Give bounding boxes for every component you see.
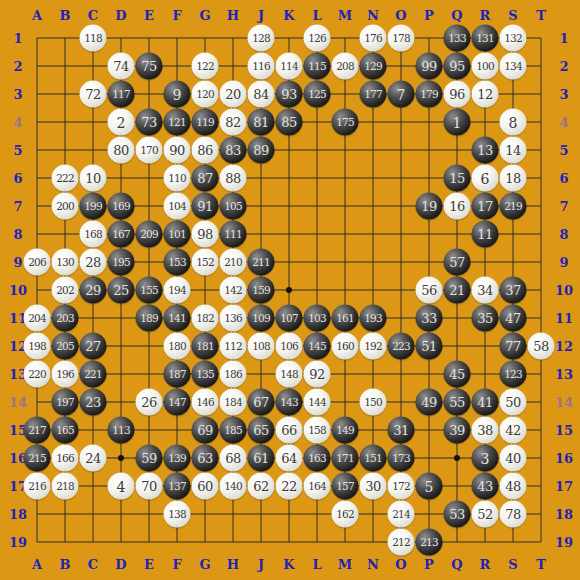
stone-move-number: 67 [253, 396, 269, 409]
stone-D8: 167 [108, 221, 135, 248]
row-label-left-8: 8 [13, 227, 22, 242]
col-label-top-E: E [144, 8, 154, 23]
col-label-bottom-M: M [338, 557, 352, 572]
stone-S11: 47 [500, 305, 527, 332]
stone-move-number: 162 [336, 509, 354, 520]
stone-move-number: 43 [477, 480, 493, 493]
stone-P7: 19 [416, 193, 443, 220]
col-label-top-F: F [172, 8, 181, 23]
stone-move-number: 40 [505, 452, 521, 465]
row-label-left-7: 7 [13, 199, 22, 214]
stone-E4: 73 [136, 109, 163, 136]
stone-H13: 186 [220, 361, 247, 388]
stone-move-number: 51 [421, 340, 437, 353]
stone-move-number: 222 [56, 173, 74, 184]
stone-move-number: 31 [393, 424, 409, 437]
stone-D4: 2 [108, 109, 135, 136]
stone-move-number: 185 [224, 425, 242, 436]
stone-D15: 113 [108, 417, 135, 444]
stone-move-number: 35 [477, 312, 493, 325]
stone-J17: 62 [248, 473, 275, 500]
stone-F3: 9 [164, 81, 191, 108]
stone-move-number: 6 [481, 171, 490, 185]
stone-move-number: 216 [28, 481, 46, 492]
stone-move-number: 179 [420, 89, 438, 100]
star-point-K10 [286, 287, 292, 293]
stone-move-number: 210 [224, 257, 242, 268]
stone-move-number: 111 [224, 229, 242, 240]
stone-move-number: 70 [141, 480, 157, 493]
row-label-right-13: 13 [555, 367, 573, 382]
stone-Q14: 55 [444, 389, 471, 416]
col-label-bottom-J: J [258, 557, 264, 572]
stone-C9: 28 [80, 249, 107, 276]
stone-move-number: 181 [196, 341, 214, 352]
stone-C12: 27 [80, 333, 107, 360]
stone-G16: 63 [192, 445, 219, 472]
stone-P10: 56 [416, 277, 443, 304]
stone-move-number: 75 [141, 60, 157, 73]
col-label-bottom-P: P [424, 557, 434, 572]
stone-move-number: 168 [84, 229, 102, 240]
stone-C8: 168 [80, 221, 107, 248]
stone-R8: 11 [472, 221, 499, 248]
stone-move-number: 143 [280, 397, 298, 408]
stone-move-number: 206 [28, 257, 46, 268]
stone-move-number: 120 [196, 89, 214, 100]
stone-H10: 142 [220, 277, 247, 304]
col-label-bottom-H: H [227, 557, 239, 572]
stone-E10: 155 [136, 277, 163, 304]
stone-T12: 58 [528, 333, 555, 360]
stone-move-number: 121 [168, 117, 186, 128]
stone-P19: 213 [416, 529, 443, 556]
col-label-top-T: T [536, 8, 546, 23]
stone-move-number: 93 [281, 88, 297, 101]
col-label-top-Q: Q [451, 8, 462, 23]
stone-move-number: 91 [197, 200, 213, 213]
col-label-top-K: K [283, 8, 294, 23]
stone-move-number: 9 [173, 87, 182, 101]
stone-M4: 175 [332, 109, 359, 136]
col-label-top-H: H [227, 8, 239, 23]
stone-move-number: 135 [196, 369, 214, 380]
stone-move-number: 33 [421, 312, 437, 325]
stone-J3: 84 [248, 81, 275, 108]
stone-move-number: 117 [112, 89, 130, 100]
stone-G13: 135 [192, 361, 219, 388]
stone-move-number: 141 [168, 313, 186, 324]
stone-E5: 170 [136, 137, 163, 164]
stone-move-number: 198 [28, 341, 46, 352]
stone-K16: 64 [276, 445, 303, 472]
stone-move-number: 105 [224, 201, 242, 212]
stone-move-number: 140 [224, 481, 242, 492]
stone-move-number: 16 [449, 200, 465, 213]
stone-move-number: 176 [364, 33, 382, 44]
stone-move-number: 87 [197, 172, 213, 185]
stone-C13: 221 [80, 361, 107, 388]
stone-B9: 130 [52, 249, 79, 276]
row-label-right-3: 3 [559, 87, 568, 102]
stone-move-number: 215 [28, 453, 46, 464]
stone-N17: 30 [360, 473, 387, 500]
stone-Q3: 96 [444, 81, 471, 108]
stone-R7: 17 [472, 193, 499, 220]
stone-Q6: 15 [444, 165, 471, 192]
stone-A13: 220 [24, 361, 51, 388]
stone-B16: 166 [52, 445, 79, 472]
stone-move-number: 42 [505, 424, 521, 437]
stone-N11: 193 [360, 305, 387, 332]
stone-move-number: 152 [196, 257, 214, 268]
stone-move-number: 137 [168, 481, 186, 492]
stone-H5: 83 [220, 137, 247, 164]
stone-move-number: 82 [225, 116, 241, 129]
stone-H6: 88 [220, 165, 247, 192]
stone-G5: 86 [192, 137, 219, 164]
col-label-top-M: M [338, 8, 352, 23]
row-label-left-18: 18 [9, 507, 27, 522]
stone-B17: 218 [52, 473, 79, 500]
row-label-left-14: 14 [9, 395, 27, 410]
stone-G6: 87 [192, 165, 219, 192]
stone-S5: 14 [500, 137, 527, 164]
stone-E11: 189 [136, 305, 163, 332]
stone-B13: 196 [52, 361, 79, 388]
stone-move-number: 211 [252, 257, 270, 268]
stone-move-number: 10 [85, 172, 101, 185]
stone-G15: 69 [192, 417, 219, 444]
stone-move-number: 90 [169, 144, 185, 157]
stone-move-number: 30 [365, 480, 381, 493]
stone-move-number: 128 [252, 33, 270, 44]
stone-move-number: 88 [225, 172, 241, 185]
stone-J1: 128 [248, 25, 275, 52]
stone-move-number: 116 [252, 61, 270, 72]
stone-move-number: 14 [505, 144, 521, 157]
stone-move-number: 145 [308, 341, 326, 352]
stone-M2: 208 [332, 53, 359, 80]
stone-K13: 148 [276, 361, 303, 388]
stone-move-number: 15 [449, 172, 465, 185]
stone-K2: 114 [276, 53, 303, 80]
stone-J9: 211 [248, 249, 275, 276]
stone-S15: 42 [500, 417, 527, 444]
stone-move-number: 27 [85, 340, 101, 353]
stone-move-number: 138 [168, 509, 186, 520]
stone-D17: 4 [108, 473, 135, 500]
stone-Q1: 133 [444, 25, 471, 52]
stone-move-number: 144 [308, 397, 326, 408]
col-label-top-J: J [258, 8, 264, 23]
stone-R15: 38 [472, 417, 499, 444]
stone-move-number: 41 [477, 396, 493, 409]
stone-move-number: 223 [392, 341, 410, 352]
stone-Q18: 53 [444, 501, 471, 528]
stone-B12: 205 [52, 333, 79, 360]
stone-S2: 134 [500, 53, 527, 80]
stone-S7: 219 [500, 193, 527, 220]
stone-move-number: 151 [364, 453, 382, 464]
stone-move-number: 114 [280, 61, 298, 72]
col-label-bottom-E: E [144, 557, 154, 572]
stone-move-number: 103 [308, 313, 326, 324]
stone-move-number: 61 [253, 452, 269, 465]
stone-O17: 172 [388, 473, 415, 500]
stone-move-number: 122 [196, 61, 214, 72]
stone-move-number: 59 [141, 452, 157, 465]
stone-M16: 171 [332, 445, 359, 472]
stone-R14: 41 [472, 389, 499, 416]
stone-move-number: 217 [28, 425, 46, 436]
stone-K12: 106 [276, 333, 303, 360]
stone-move-number: 109 [252, 313, 270, 324]
stone-A11: 204 [24, 305, 51, 332]
stone-move-number: 203 [56, 313, 74, 324]
stone-F6: 110 [164, 165, 191, 192]
stone-move-number: 192 [364, 341, 382, 352]
stone-move-number: 149 [336, 425, 354, 436]
stone-move-number: 83 [225, 144, 241, 157]
stone-H16: 68 [220, 445, 247, 472]
stone-O16: 173 [388, 445, 415, 472]
stone-L1: 126 [304, 25, 331, 52]
stone-S10: 37 [500, 277, 527, 304]
stone-D3: 117 [108, 81, 135, 108]
stone-K11: 107 [276, 305, 303, 332]
stone-M18: 162 [332, 501, 359, 528]
stone-move-number: 95 [449, 60, 465, 73]
stone-move-number: 209 [140, 229, 158, 240]
stone-move-number: 8 [509, 115, 518, 129]
stone-move-number: 123 [504, 369, 522, 380]
stone-A17: 216 [24, 473, 51, 500]
stone-move-number: 72 [85, 88, 101, 101]
stone-move-number: 2 [117, 115, 126, 129]
stone-move-number: 66 [281, 424, 297, 437]
stone-B15: 165 [52, 417, 79, 444]
stone-move-number: 182 [196, 313, 214, 324]
stone-move-number: 187 [168, 369, 186, 380]
stone-move-number: 25 [113, 284, 129, 297]
stone-G7: 91 [192, 193, 219, 220]
stone-H4: 82 [220, 109, 247, 136]
stone-C14: 23 [80, 389, 107, 416]
stone-A9: 206 [24, 249, 51, 276]
stone-P14: 49 [416, 389, 443, 416]
stone-move-number: 20 [225, 88, 241, 101]
stone-move-number: 100 [476, 61, 494, 72]
stone-move-number: 194 [168, 285, 186, 296]
stone-H7: 105 [220, 193, 247, 220]
stone-O1: 178 [388, 25, 415, 52]
stone-L3: 125 [304, 81, 331, 108]
stone-P3: 179 [416, 81, 443, 108]
stone-F4: 121 [164, 109, 191, 136]
stone-move-number: 96 [449, 88, 465, 101]
stone-move-number: 133 [448, 33, 466, 44]
row-label-right-10: 10 [555, 283, 573, 298]
stone-O19: 212 [388, 529, 415, 556]
stone-move-number: 69 [197, 424, 213, 437]
col-label-top-N: N [367, 8, 379, 23]
stone-H12: 112 [220, 333, 247, 360]
stone-move-number: 13 [477, 144, 493, 157]
stone-move-number: 134 [504, 61, 522, 72]
stone-R11: 35 [472, 305, 499, 332]
stone-move-number: 146 [196, 397, 214, 408]
stone-move-number: 205 [56, 341, 74, 352]
col-label-top-D: D [115, 8, 126, 23]
stone-C7: 199 [80, 193, 107, 220]
stone-move-number: 178 [392, 33, 410, 44]
stone-move-number: 220 [28, 369, 46, 380]
stone-move-number: 104 [168, 201, 186, 212]
stone-Q10: 21 [444, 277, 471, 304]
stone-move-number: 153 [168, 257, 186, 268]
stone-move-number: 108 [252, 341, 270, 352]
stone-D5: 80 [108, 137, 135, 164]
stone-H14: 184 [220, 389, 247, 416]
stone-O3: 7 [388, 81, 415, 108]
stone-A15: 217 [24, 417, 51, 444]
col-label-bottom-O: O [395, 557, 406, 572]
stone-move-number: 169 [112, 201, 130, 212]
stone-move-number: 99 [421, 60, 437, 73]
row-label-left-9: 9 [13, 255, 22, 270]
stone-move-number: 65 [253, 424, 269, 437]
stone-R18: 52 [472, 501, 499, 528]
stone-C1: 118 [80, 25, 107, 52]
row-label-right-17: 17 [555, 479, 573, 494]
col-label-bottom-B: B [60, 557, 71, 572]
stone-G11: 182 [192, 305, 219, 332]
go-kifu-screenshot: AABBCCDDEEFFGGHHJJKKLLMMNNOOPPQQRRSSTT11… [0, 0, 580, 580]
stone-move-number: 166 [56, 453, 74, 464]
stone-move-number: 155 [140, 285, 158, 296]
stone-move-number: 29 [85, 284, 101, 297]
row-label-left-5: 5 [13, 143, 22, 158]
stone-N16: 151 [360, 445, 387, 472]
stone-E8: 209 [136, 221, 163, 248]
col-label-bottom-K: K [283, 557, 294, 572]
stone-move-number: 150 [364, 397, 382, 408]
stone-move-number: 60 [197, 480, 213, 493]
stone-K17: 22 [276, 473, 303, 500]
stone-S4: 8 [500, 109, 527, 136]
stone-J14: 67 [248, 389, 275, 416]
stone-move-number: 212 [392, 537, 410, 548]
stone-M17: 157 [332, 473, 359, 500]
col-label-top-A: A [32, 8, 42, 23]
stone-move-number: 161 [336, 313, 354, 324]
stone-K14: 143 [276, 389, 303, 416]
stone-move-number: 157 [336, 481, 354, 492]
stone-A16: 215 [24, 445, 51, 472]
stone-E17: 70 [136, 473, 163, 500]
stone-Q4: 1 [444, 109, 471, 136]
row-label-right-12: 12 [555, 339, 573, 354]
stone-move-number: 167 [112, 229, 130, 240]
stone-J5: 89 [248, 137, 275, 164]
col-label-bottom-S: S [508, 557, 517, 572]
stone-move-number: 5 [425, 479, 434, 493]
stone-E16: 59 [136, 445, 163, 472]
stone-move-number: 57 [449, 256, 465, 269]
stone-move-number: 56 [421, 284, 437, 297]
stone-move-number: 148 [280, 369, 298, 380]
stone-move-number: 110 [168, 173, 186, 184]
stone-J15: 65 [248, 417, 275, 444]
stone-E2: 75 [136, 53, 163, 80]
stone-move-number: 63 [197, 452, 213, 465]
stone-P2: 99 [416, 53, 443, 80]
stone-move-number: 58 [533, 340, 549, 353]
stone-J11: 109 [248, 305, 275, 332]
col-label-top-R: R [480, 8, 491, 23]
stone-S16: 40 [500, 445, 527, 472]
stone-N12: 192 [360, 333, 387, 360]
col-label-bottom-N: N [367, 557, 379, 572]
stone-M12: 160 [332, 333, 359, 360]
stone-K3: 93 [276, 81, 303, 108]
stone-K15: 66 [276, 417, 303, 444]
stone-move-number: 52 [477, 508, 493, 521]
stone-move-number: 172 [392, 481, 410, 492]
stone-B7: 200 [52, 193, 79, 220]
stone-move-number: 213 [420, 537, 438, 548]
stone-move-number: 119 [196, 117, 214, 128]
stone-move-number: 204 [28, 313, 46, 324]
stone-D7: 169 [108, 193, 135, 220]
stone-S6: 18 [500, 165, 527, 192]
stone-G17: 60 [192, 473, 219, 500]
stone-C3: 72 [80, 81, 107, 108]
stone-move-number: 163 [308, 453, 326, 464]
stone-move-number: 101 [168, 229, 186, 240]
stone-C10: 29 [80, 277, 107, 304]
stone-Q7: 16 [444, 193, 471, 220]
stone-Q2: 95 [444, 53, 471, 80]
stone-move-number: 170 [140, 145, 158, 156]
stone-move-number: 18 [505, 172, 521, 185]
stone-move-number: 19 [421, 200, 437, 213]
row-label-left-4: 4 [13, 115, 22, 130]
stone-N2: 129 [360, 53, 387, 80]
stone-move-number: 175 [336, 117, 354, 128]
stone-F13: 187 [164, 361, 191, 388]
stone-F18: 138 [164, 501, 191, 528]
col-label-top-P: P [424, 8, 434, 23]
col-label-top-B: B [60, 8, 71, 23]
stone-C16: 24 [80, 445, 107, 472]
stone-H15: 185 [220, 417, 247, 444]
stone-move-number: 26 [141, 396, 157, 409]
row-label-right-11: 11 [555, 311, 573, 326]
stone-move-number: 45 [449, 368, 465, 381]
stone-move-number: 132 [504, 33, 522, 44]
stone-move-number: 98 [197, 228, 213, 241]
row-label-right-7: 7 [559, 199, 568, 214]
row-label-left-10: 10 [9, 283, 27, 298]
stone-L16: 163 [304, 445, 331, 472]
stone-move-number: 92 [309, 368, 325, 381]
go-board[interactable]: AABBCCDDEEFFGGHHJJKKLLMMNNOOPPQQRRSSTT11… [0, 0, 580, 580]
stone-move-number: 112 [224, 341, 242, 352]
stone-move-number: 165 [56, 425, 74, 436]
stone-move-number: 158 [308, 425, 326, 436]
